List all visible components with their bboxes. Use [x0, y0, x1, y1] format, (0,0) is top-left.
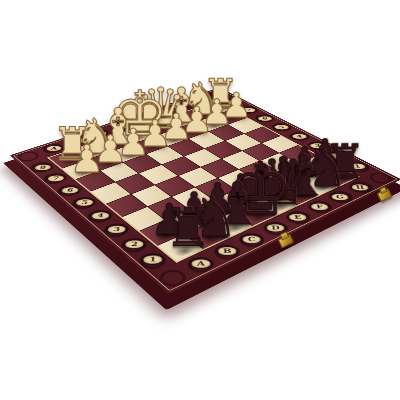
scene: ABCDEFGH ABCDEFGH 12345678 12345678 ♜♞♝♚…: [0, 0, 400, 400]
board-frame: ABCDEFGH ABCDEFGH 12345678 12345678: [10, 87, 400, 294]
chess-board: ABCDEFGH ABCDEFGH 12345678 12345678: [10, 87, 400, 294]
board-grid: [49, 102, 358, 261]
